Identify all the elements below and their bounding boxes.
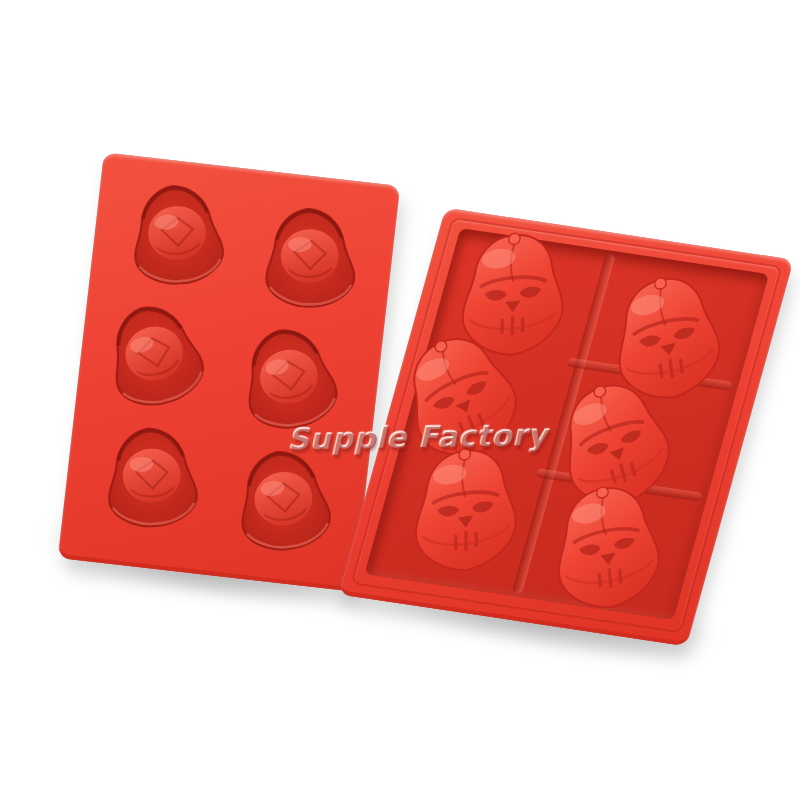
left-tray-back-side: [58, 152, 400, 591]
cavity-recess: [111, 174, 244, 305]
darth-vader-helmet-back-shape: [88, 418, 217, 545]
darth-vader-helmet-back-shape: [111, 174, 244, 305]
cavity-recess: [88, 418, 217, 545]
product-photo: Supple Factory: [0, 0, 800, 800]
darth-vader-helmet-front-shape: [399, 438, 532, 590]
cavity-recess: [247, 201, 372, 324]
darth-vader-helmet-back-shape: [81, 286, 231, 434]
watermark-text: Supple Factory: [288, 419, 549, 459]
cavity-recess: [216, 438, 353, 573]
darth-vader-helmet-back-shape: [216, 438, 353, 573]
darth-vader-helmet-cell: [536, 472, 679, 632]
darth-vader-helmet-front-shape: [536, 472, 679, 632]
darth-vader-helmet-cell: [399, 438, 532, 590]
darth-vader-helmet-back-shape: [247, 201, 372, 324]
cavity-recess: [81, 286, 231, 434]
